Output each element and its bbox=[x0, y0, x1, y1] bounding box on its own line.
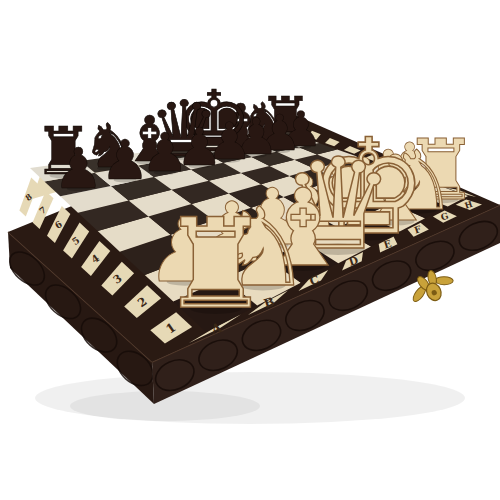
piece-black-pawn-a7: ♟ bbox=[53, 136, 103, 201]
chess-board-scene: ABCDEFGH12345678♜♞♟♝♟♚♟♛♟♝♟♞♟♜♟♟♟♟♜♟♞♟♝♟… bbox=[0, 0, 500, 500]
piece-black-pawn-b7: ♟ bbox=[101, 128, 150, 192]
chess-set-photo: ABCDEFGH12345678♜♞♟♝♟♚♟♛♟♝♟♞♟♜♟♟♟♟♜♟♞♟♝♟… bbox=[0, 0, 500, 500]
piece-white-rook-a1: ♜ bbox=[160, 192, 271, 336]
